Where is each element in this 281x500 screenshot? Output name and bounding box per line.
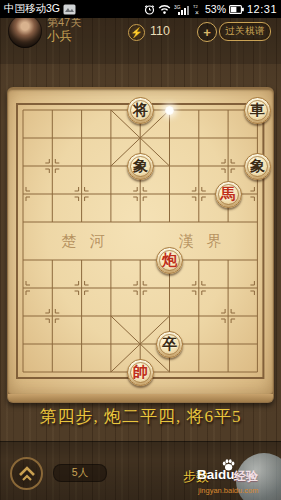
svg-text:3G: 3G xyxy=(174,4,181,9)
battery-percent: 53% xyxy=(205,3,226,15)
xiangqi-board[interactable]: 楚河 漢界 将車象象馬炮卒帥 xyxy=(7,87,274,403)
screenshot-icon xyxy=(63,4,76,15)
piece-black-将[interactable]: 将 xyxy=(127,97,154,124)
battery-icon xyxy=(229,5,244,14)
alarm-icon xyxy=(144,4,155,15)
piece-black-卒[interactable]: 卒 xyxy=(156,331,183,358)
baidu-paw-icon xyxy=(222,459,235,471)
bottom-bar: 5人 步数 Baidu 经验 jingyan.baidu.com xyxy=(0,441,281,500)
status-bar: 中国移动3G 3G T2× 53% 12:31 xyxy=(0,0,281,18)
piece-red-馬[interactable]: 馬 xyxy=(215,181,242,208)
piece-red-帥[interactable]: 帥 xyxy=(127,359,154,386)
piece-black-象[interactable]: 象 xyxy=(127,153,154,180)
rank-label: 小兵 xyxy=(47,28,72,45)
last-move-marker xyxy=(165,106,174,115)
chevron-up-icon xyxy=(18,466,36,482)
player-avatar[interactable] xyxy=(8,14,42,48)
wifi-icon xyxy=(158,4,171,14)
sim2-off-icon: T2× xyxy=(193,4,202,15)
players-count[interactable]: 5人 xyxy=(53,464,107,482)
pieces-layer: 将車象象馬炮卒帥 xyxy=(8,96,272,386)
board-surface: 楚河 漢界 将車象象馬炮卒帥 xyxy=(8,89,273,394)
expand-button[interactable] xyxy=(10,457,43,490)
signal-3g-icon: 3G xyxy=(174,4,190,15)
piece-black-車[interactable]: 車 xyxy=(244,97,271,124)
piece-red-炮[interactable]: 炮 xyxy=(156,247,183,274)
move-caption: 第四步, 炮二平四, 将6平5 xyxy=(0,405,281,428)
svg-text:×: × xyxy=(195,8,199,15)
add-energy-button[interactable]: + xyxy=(197,22,217,42)
game-header: 第47关 小兵 ⚡ 110 + 过关棋谱 xyxy=(0,18,281,64)
clock-label: 12:31 xyxy=(247,3,277,15)
piece-black-象[interactable]: 象 xyxy=(244,153,271,180)
watermark-suffix: 经验 xyxy=(234,468,258,485)
carrier-label: 中国移动3G xyxy=(4,2,60,16)
energy-bolt-icon: ⚡ xyxy=(128,24,145,41)
energy-count: 110 xyxy=(150,24,170,38)
watermark-url: jingyan.baidu.com xyxy=(198,486,258,495)
app-screen: 中国移动3G 3G T2× 53% 12:31 第47关 小兵 ⚡ 110 + … xyxy=(0,0,281,500)
level-record-button[interactable]: 过关棋谱 xyxy=(219,22,271,41)
